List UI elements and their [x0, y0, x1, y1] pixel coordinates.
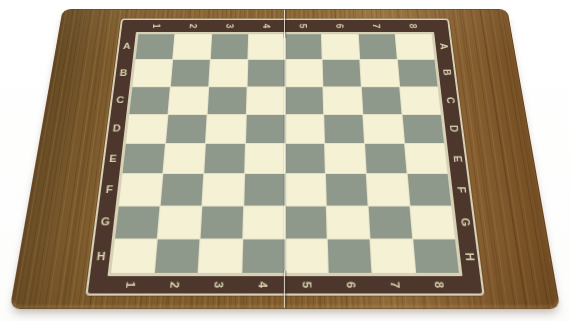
- coordinate-label: 3: [209, 263, 229, 306]
- coordinate-label: 6: [332, 11, 348, 41]
- square-F3[interactable]: [202, 174, 244, 205]
- coordinate-label: 4: [254, 263, 272, 306]
- coordinate-label: 1: [148, 11, 166, 41]
- square-B3[interactable]: [209, 60, 247, 86]
- square-D6[interactable]: [325, 115, 365, 143]
- square-C5[interactable]: [285, 87, 323, 114]
- coordinate-label: A: [118, 34, 136, 60]
- square-G4[interactable]: [243, 206, 285, 238]
- square-F5[interactable]: [286, 174, 327, 205]
- coordinate-label: D: [436, 122, 471, 136]
- square-G3[interactable]: [200, 206, 242, 238]
- coordinate-label: 7: [368, 11, 385, 41]
- square-B4[interactable]: [247, 60, 284, 86]
- square-D1[interactable]: [126, 115, 167, 143]
- square-G1[interactable]: [115, 206, 159, 238]
- square-F1[interactable]: [119, 174, 162, 205]
- square-D3[interactable]: [206, 115, 246, 143]
- coordinate-label: D: [107, 114, 126, 143]
- coordinate-label: 5: [296, 11, 311, 41]
- square-B6[interactable]: [323, 60, 361, 86]
- coordinate-label: 2: [164, 263, 185, 306]
- photo-background: 12345678 12345678 ABCDEFGH ABCDEFGH: [0, 0, 570, 321]
- square-B2[interactable]: [171, 60, 210, 86]
- square-C3[interactable]: [207, 87, 246, 114]
- coordinate-label: E: [439, 151, 475, 166]
- square-D5[interactable]: [285, 115, 324, 143]
- square-E2[interactable]: [163, 144, 204, 173]
- square-E7[interactable]: [365, 144, 406, 173]
- square-E1[interactable]: [123, 144, 165, 173]
- coordinate-label: 2: [185, 11, 202, 41]
- square-F7[interactable]: [367, 174, 409, 205]
- square-D2[interactable]: [166, 115, 207, 143]
- square-C6[interactable]: [324, 87, 363, 114]
- coordinate-label: H: [450, 248, 488, 265]
- coordinate-label: G: [446, 214, 483, 230]
- coordinate-label: 4: [259, 11, 274, 41]
- coordinate-label: C: [111, 86, 130, 114]
- coordinate-label: 3: [222, 11, 238, 41]
- coordinate-label: A: [427, 40, 460, 52]
- square-G2[interactable]: [158, 206, 201, 238]
- square-E6[interactable]: [325, 144, 366, 173]
- square-C2[interactable]: [168, 87, 208, 114]
- square-F4[interactable]: [244, 174, 285, 205]
- square-C4[interactable]: [246, 87, 284, 114]
- square-B1[interactable]: [133, 60, 173, 86]
- folding-chessboard: 12345678 12345678 ABCDEFGH ABCDEFGH: [10, 9, 561, 309]
- coordinate-label: 1: [120, 263, 142, 306]
- coordinate-label: C: [433, 93, 467, 106]
- square-C1[interactable]: [129, 87, 169, 114]
- square-E3[interactable]: [204, 144, 245, 173]
- square-B7[interactable]: [360, 60, 399, 86]
- coordinate-label: F: [443, 182, 479, 197]
- square-F6[interactable]: [326, 174, 368, 205]
- coordinate-label: 8: [404, 11, 422, 41]
- square-G5[interactable]: [286, 206, 328, 238]
- square-D7[interactable]: [364, 115, 405, 143]
- coordinate-label: 6: [341, 263, 361, 306]
- square-B5[interactable]: [285, 60, 322, 86]
- square-E5[interactable]: [286, 144, 326, 173]
- square-C7[interactable]: [362, 87, 402, 114]
- square-F2[interactable]: [161, 174, 203, 205]
- coordinate-label: 7: [385, 263, 406, 306]
- square-G7[interactable]: [369, 206, 412, 238]
- square-G6[interactable]: [327, 206, 369, 238]
- square-E4[interactable]: [245, 144, 285, 173]
- fold-seam: [283, 10, 286, 308]
- coordinate-label: 5: [298, 263, 316, 306]
- coordinate-label: B: [114, 59, 132, 86]
- square-D4[interactable]: [246, 115, 285, 143]
- coordinate-label: B: [430, 66, 463, 79]
